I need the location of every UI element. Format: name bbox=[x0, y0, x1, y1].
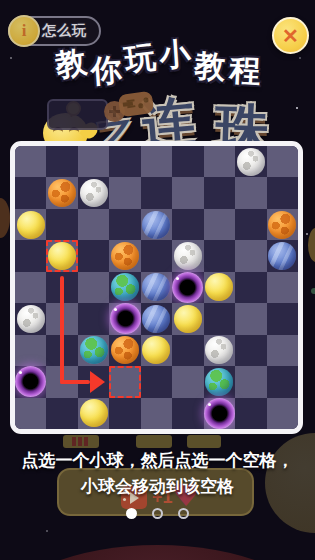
cell-r2-c7[interactable] bbox=[235, 209, 266, 240]
cell-r2-c0[interactable] bbox=[15, 209, 46, 240]
title-char: 小 bbox=[158, 33, 192, 77]
star bbox=[306, 233, 308, 235]
cell-r5-c8[interactable] bbox=[267, 303, 298, 334]
ball-yellow[interactable] bbox=[174, 305, 202, 333]
cell-r2-c2[interactable] bbox=[78, 209, 109, 240]
cell-r4-c2[interactable] bbox=[78, 272, 109, 303]
cell-r0-c4[interactable] bbox=[141, 146, 172, 177]
ball-black-hole[interactable] bbox=[204, 398, 235, 429]
cell-r8-c2[interactable] bbox=[78, 398, 109, 429]
cell-r1-c6[interactable] bbox=[204, 177, 235, 208]
cell-r8-c4[interactable] bbox=[141, 398, 172, 429]
close-button[interactable]: ✕ bbox=[272, 17, 309, 54]
cell-r8-c0[interactable] bbox=[15, 398, 46, 429]
cell-r6-c3[interactable] bbox=[109, 335, 140, 366]
cell-r4-c8[interactable] bbox=[267, 272, 298, 303]
cell-r3-c1[interactable] bbox=[46, 240, 77, 271]
cell-r4-c4[interactable] bbox=[141, 272, 172, 303]
bottom-planet-arc bbox=[6, 545, 309, 560]
cell-r5-c5[interactable] bbox=[172, 303, 203, 334]
tutorial-screen: 之连珠 i 怎么玩 ✕ 教你玩小教程 +1 ♥ 点选一个小球，然后点选一个空格，… bbox=[0, 0, 315, 560]
cell-r1-c3[interactable] bbox=[109, 177, 140, 208]
cell-r3-c7[interactable] bbox=[235, 240, 266, 271]
title-char: 教 bbox=[52, 41, 89, 87]
cell-r7-c7[interactable] bbox=[235, 366, 266, 397]
ball-blue-planet[interactable] bbox=[142, 273, 170, 301]
cell-r1-c5[interactable] bbox=[172, 177, 203, 208]
cell-r1-c4[interactable] bbox=[141, 177, 172, 208]
cell-r1-c0[interactable] bbox=[15, 177, 46, 208]
cell-r7-c3[interactable] bbox=[109, 366, 140, 397]
cell-r6-c1[interactable] bbox=[46, 335, 77, 366]
cell-r2-c4[interactable] bbox=[141, 209, 172, 240]
cell-r0-c5[interactable] bbox=[172, 146, 203, 177]
cell-r5-c0[interactable] bbox=[15, 303, 46, 334]
how-to-play-badge[interactable]: i 怎么玩 bbox=[8, 16, 101, 46]
cell-r1-c2[interactable] bbox=[78, 177, 109, 208]
planet-edge-decoration bbox=[311, 288, 315, 294]
cell-r6-c7[interactable] bbox=[235, 335, 266, 366]
cell-r3-c0[interactable] bbox=[15, 240, 46, 271]
game-board bbox=[10, 141, 303, 434]
cell-r8-c5[interactable] bbox=[172, 398, 203, 429]
ball-moon[interactable] bbox=[17, 305, 45, 333]
cell-r4-c1[interactable] bbox=[46, 272, 77, 303]
title-char: 你 bbox=[89, 49, 123, 93]
title-char: 教 bbox=[192, 45, 227, 90]
page-dot-1[interactable] bbox=[152, 508, 163, 519]
ball-yellow[interactable] bbox=[17, 211, 45, 239]
ball-earth[interactable] bbox=[80, 336, 108, 364]
ball-orange-planet[interactable] bbox=[111, 242, 139, 270]
cell-r0-c7[interactable] bbox=[235, 146, 266, 177]
pagination-dots bbox=[0, 508, 315, 519]
cell-r0-c2[interactable] bbox=[78, 146, 109, 177]
cell-r3-c3[interactable] bbox=[109, 240, 140, 271]
ball-yellow[interactable] bbox=[80, 399, 108, 427]
page-dot-0[interactable] bbox=[126, 508, 137, 519]
cell-r7-c1[interactable] bbox=[46, 366, 77, 397]
cell-r6-c5[interactable] bbox=[172, 335, 203, 366]
cell-r8-c8[interactable] bbox=[267, 398, 298, 429]
cell-r0-c6[interactable] bbox=[204, 146, 235, 177]
bars-icon bbox=[72, 437, 76, 446]
cell-r0-c0[interactable] bbox=[15, 146, 46, 177]
cell-r7-c6[interactable] bbox=[204, 366, 235, 397]
cell-r4-c7[interactable] bbox=[235, 272, 266, 303]
tutorial-text-line2: 小球会移动到该空格 bbox=[0, 475, 315, 498]
ball-black-hole[interactable] bbox=[172, 272, 203, 303]
ball-black-hole[interactable] bbox=[110, 303, 141, 334]
cell-r0-c8[interactable] bbox=[267, 146, 298, 177]
ball-moon[interactable] bbox=[174, 242, 202, 270]
dimmed-toolbar-button bbox=[63, 435, 99, 448]
cell-r1-c7[interactable] bbox=[235, 177, 266, 208]
cell-r4-c5[interactable] bbox=[172, 272, 203, 303]
cell-r6-c0[interactable] bbox=[15, 335, 46, 366]
cell-r1-c8[interactable] bbox=[267, 177, 298, 208]
cell-r5-c6[interactable] bbox=[204, 303, 235, 334]
cell-r8-c6[interactable] bbox=[204, 398, 235, 429]
cell-r5-c1[interactable] bbox=[46, 303, 77, 334]
ball-moon[interactable] bbox=[205, 336, 233, 364]
ball-orange-planet[interactable] bbox=[268, 211, 296, 239]
how-to-play-label: 怎么玩 bbox=[42, 22, 87, 40]
cell-r1-c1[interactable] bbox=[46, 177, 77, 208]
cell-r3-c8[interactable] bbox=[267, 240, 298, 271]
page-dot-2[interactable] bbox=[178, 508, 189, 519]
cell-r7-c4[interactable] bbox=[141, 366, 172, 397]
tutorial-title: 教你玩小教程 bbox=[0, 40, 315, 82]
cell-r0-c3[interactable] bbox=[109, 146, 140, 177]
cell-r6-c2[interactable] bbox=[78, 335, 109, 366]
cell-r3-c4[interactable] bbox=[141, 240, 172, 271]
cell-r6-c8[interactable] bbox=[267, 335, 298, 366]
cell-r2-c6[interactable] bbox=[204, 209, 235, 240]
cell-r5-c2[interactable] bbox=[78, 303, 109, 334]
cell-r8-c3[interactable] bbox=[109, 398, 140, 429]
ball-black-hole[interactable] bbox=[15, 366, 46, 397]
cell-r7-c2[interactable] bbox=[78, 366, 109, 397]
cell-r8-c1[interactable] bbox=[46, 398, 77, 429]
ball-blue-planet[interactable] bbox=[142, 305, 170, 333]
cell-r2-c5[interactable] bbox=[172, 209, 203, 240]
close-icon: ✕ bbox=[282, 24, 299, 48]
cell-r8-c7[interactable] bbox=[235, 398, 266, 429]
ball-yellow[interactable] bbox=[142, 336, 170, 364]
ball-earth[interactable] bbox=[205, 368, 233, 396]
cell-r3-c6[interactable] bbox=[204, 240, 235, 271]
cell-r6-c4[interactable] bbox=[141, 335, 172, 366]
cell-r2-c8[interactable] bbox=[267, 209, 298, 240]
ball-blue-planet[interactable] bbox=[268, 242, 296, 270]
ball-moon[interactable] bbox=[237, 148, 265, 176]
dimmed-toolbar-button bbox=[136, 435, 172, 448]
ball-earth[interactable] bbox=[111, 273, 139, 301]
planet-edge-decoration bbox=[308, 228, 315, 262]
cell-r3-c5[interactable] bbox=[172, 240, 203, 271]
ball-moon[interactable] bbox=[80, 179, 108, 207]
star bbox=[296, 107, 298, 109]
board-grid bbox=[15, 146, 298, 429]
ball-yellow[interactable] bbox=[205, 273, 233, 301]
logo-panel bbox=[47, 99, 108, 130]
cell-r2-c1[interactable] bbox=[46, 209, 77, 240]
ball-yellow[interactable] bbox=[48, 242, 76, 270]
cell-r7-c8[interactable] bbox=[267, 366, 298, 397]
cell-r2-c3[interactable] bbox=[109, 209, 140, 240]
ball-orange-planet[interactable] bbox=[111, 336, 139, 364]
dimmed-toolbar-button bbox=[187, 435, 221, 448]
cell-r5-c4[interactable] bbox=[141, 303, 172, 334]
title-char: 玩 bbox=[122, 36, 158, 81]
cell-r6-c6[interactable] bbox=[204, 335, 235, 366]
star bbox=[46, 530, 48, 532]
cell-r7-c5[interactable] bbox=[172, 366, 203, 397]
cell-r0-c1[interactable] bbox=[46, 146, 77, 177]
cell-r4-c6[interactable] bbox=[204, 272, 235, 303]
ball-orange-planet[interactable] bbox=[48, 179, 76, 207]
planet-edge-decoration bbox=[0, 198, 10, 238]
cell-r4-c0[interactable] bbox=[15, 272, 46, 303]
ball-blue-planet[interactable] bbox=[142, 211, 170, 239]
cell-r7-c0[interactable] bbox=[15, 366, 46, 397]
cell-r5-c7[interactable] bbox=[235, 303, 266, 334]
tutorial-text-line1: 点选一个小球，然后点选一个空格， bbox=[0, 449, 315, 472]
info-icon: i bbox=[8, 15, 40, 47]
cell-r3-c2[interactable] bbox=[78, 240, 109, 271]
cell-r4-c3[interactable] bbox=[109, 272, 140, 303]
cell-r5-c3[interactable] bbox=[109, 303, 140, 334]
title-char: 程 bbox=[228, 49, 261, 93]
